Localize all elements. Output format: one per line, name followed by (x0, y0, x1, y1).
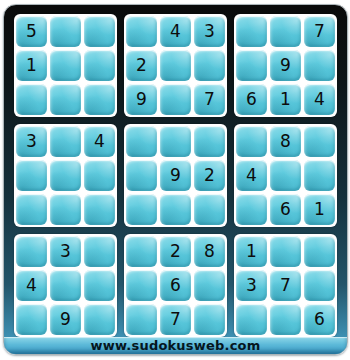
cell-r3c9[interactable]: 4 (304, 84, 335, 115)
cell-r4c7[interactable] (236, 126, 267, 157)
cell-r1c8[interactable] (270, 16, 301, 47)
cell-r7c9[interactable] (304, 236, 335, 267)
cell-r1c5[interactable]: 4 (160, 16, 191, 47)
cell-r3c8[interactable]: 1 (270, 84, 301, 115)
cell-r3c1[interactable] (16, 84, 47, 115)
cell-r8c9[interactable] (304, 270, 335, 301)
cell-r6c2[interactable] (50, 194, 81, 225)
box-2: 43297 (124, 14, 227, 117)
sudoku-board: 5143297796143492846134928671376 (4, 5, 347, 337)
cell-r7c1[interactable] (16, 236, 47, 267)
cell-r9c4[interactable] (126, 304, 157, 335)
cell-r6c7[interactable] (236, 194, 267, 225)
cell-r8c2[interactable] (50, 270, 81, 301)
cell-r9c1[interactable] (16, 304, 47, 335)
cell-r2c6[interactable] (194, 50, 225, 81)
cell-r3c3[interactable] (84, 84, 115, 115)
cell-r5c3[interactable] (84, 160, 115, 191)
cell-r7c8[interactable] (270, 236, 301, 267)
box-4: 34 (14, 124, 117, 227)
cell-r6c1[interactable] (16, 194, 47, 225)
cell-r5c4[interactable] (126, 160, 157, 191)
box-3: 79614 (234, 14, 337, 117)
cell-r8c1[interactable]: 4 (16, 270, 47, 301)
box-9: 1376 (234, 234, 337, 337)
cell-r9c9[interactable]: 6 (304, 304, 335, 335)
site-url: www.sudokusweb.com (91, 338, 261, 353)
cell-r1c7[interactable] (236, 16, 267, 47)
cell-r1c9[interactable]: 7 (304, 16, 335, 47)
cell-r2c8[interactable]: 9 (270, 50, 301, 81)
cell-r3c6[interactable]: 7 (194, 84, 225, 115)
cell-r8c4[interactable] (126, 270, 157, 301)
cell-r8c3[interactable] (84, 270, 115, 301)
cell-r1c2[interactable] (50, 16, 81, 47)
cell-r9c2[interactable]: 9 (50, 304, 81, 335)
cell-r2c2[interactable] (50, 50, 81, 81)
cell-r2c4[interactable]: 2 (126, 50, 157, 81)
cell-r6c6[interactable] (194, 194, 225, 225)
cell-r8c5[interactable]: 6 (160, 270, 191, 301)
cell-r3c2[interactable] (50, 84, 81, 115)
box-8: 2867 (124, 234, 227, 337)
cell-r3c5[interactable] (160, 84, 191, 115)
cell-r4c2[interactable] (50, 126, 81, 157)
cell-r6c8[interactable]: 6 (270, 194, 301, 225)
cell-r7c5[interactable]: 2 (160, 236, 191, 267)
cell-r5c8[interactable] (270, 160, 301, 191)
cell-r8c7[interactable]: 3 (236, 270, 267, 301)
cell-r4c1[interactable]: 3 (16, 126, 47, 157)
cell-r7c7[interactable]: 1 (236, 236, 267, 267)
sudoku-plaque: 5143297796143492846134928671376 www.sudo… (3, 4, 348, 355)
cell-r5c7[interactable]: 4 (236, 160, 267, 191)
box-6: 8461 (234, 124, 337, 227)
cell-r4c6[interactable] (194, 126, 225, 157)
cell-r4c4[interactable] (126, 126, 157, 157)
cell-r3c7[interactable]: 6 (236, 84, 267, 115)
cell-r4c5[interactable] (160, 126, 191, 157)
cell-r4c9[interactable] (304, 126, 335, 157)
cell-r4c8[interactable]: 8 (270, 126, 301, 157)
box-1: 51 (14, 14, 117, 117)
box-5: 92 (124, 124, 227, 227)
cell-r2c1[interactable]: 1 (16, 50, 47, 81)
cell-r9c8[interactable] (270, 304, 301, 335)
cell-r7c4[interactable] (126, 236, 157, 267)
cell-r2c5[interactable] (160, 50, 191, 81)
footer-band: www.sudokusweb.com (4, 337, 347, 354)
cell-r2c7[interactable] (236, 50, 267, 81)
cell-r5c2[interactable] (50, 160, 81, 191)
cell-r1c1[interactable]: 5 (16, 16, 47, 47)
cell-r5c6[interactable]: 2 (194, 160, 225, 191)
cell-r7c3[interactable] (84, 236, 115, 267)
cell-r4c3[interactable]: 4 (84, 126, 115, 157)
cell-r5c1[interactable] (16, 160, 47, 191)
cell-r7c2[interactable]: 3 (50, 236, 81, 267)
cell-r6c3[interactable] (84, 194, 115, 225)
cell-r8c8[interactable]: 7 (270, 270, 301, 301)
cell-r7c6[interactable]: 8 (194, 236, 225, 267)
cell-r9c6[interactable] (194, 304, 225, 335)
cell-r8c6[interactable] (194, 270, 225, 301)
cell-r1c3[interactable] (84, 16, 115, 47)
cell-r6c9[interactable]: 1 (304, 194, 335, 225)
box-7: 349 (14, 234, 117, 337)
cell-r1c4[interactable] (126, 16, 157, 47)
cell-r6c4[interactable] (126, 194, 157, 225)
cell-r3c4[interactable]: 9 (126, 84, 157, 115)
cell-r5c5[interactable]: 9 (160, 160, 191, 191)
cell-r2c3[interactable] (84, 50, 115, 81)
cell-r1c6[interactable]: 3 (194, 16, 225, 47)
cell-r9c7[interactable] (236, 304, 267, 335)
cell-r2c9[interactable] (304, 50, 335, 81)
cell-r9c3[interactable] (84, 304, 115, 335)
cell-r5c9[interactable] (304, 160, 335, 191)
cell-r9c5[interactable]: 7 (160, 304, 191, 335)
cell-r6c5[interactable] (160, 194, 191, 225)
